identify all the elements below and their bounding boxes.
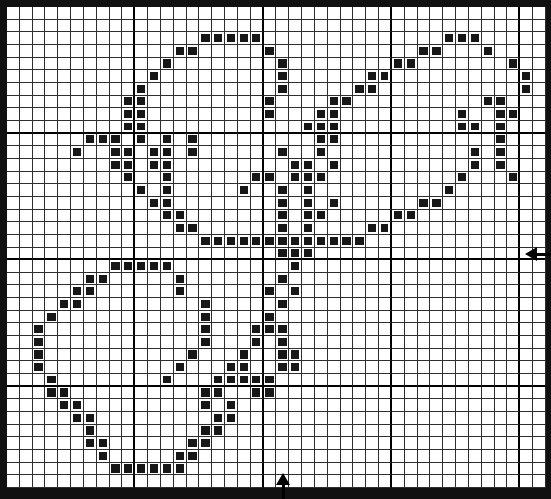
grid-cell [97, 475, 110, 488]
grid-cell [148, 121, 161, 134]
grid-cell [315, 20, 328, 33]
grid-cell [122, 197, 135, 210]
grid-cell [533, 412, 546, 425]
grid-cell [238, 437, 251, 450]
grid-cell [289, 374, 302, 387]
grid-cell [238, 197, 251, 210]
stitch-cell [251, 32, 264, 45]
grid-cell [341, 248, 354, 261]
grid-cell [328, 70, 341, 83]
grid-cell [174, 336, 187, 349]
grid-cell [315, 399, 328, 412]
stitch-cell [456, 32, 469, 45]
grid-cell [276, 387, 289, 400]
grid-cell [58, 260, 71, 273]
stitch-cell [264, 285, 277, 298]
stitch-cell [33, 361, 46, 374]
grid-cell [45, 96, 58, 109]
grid-cell [225, 248, 238, 261]
grid-cell [430, 463, 443, 476]
stitch-cell [469, 146, 482, 159]
grid-cell [353, 463, 366, 476]
grid-cell [84, 184, 97, 197]
grid-cell [212, 172, 225, 185]
grid-cell [341, 146, 354, 159]
grid-cell [7, 475, 20, 488]
grid-cell [212, 83, 225, 96]
grid-cell [238, 463, 251, 476]
grid-cell [507, 121, 520, 134]
grid-cell [225, 7, 238, 20]
grid-cell [212, 399, 225, 412]
grid-cell [405, 361, 418, 374]
grid-cell [289, 311, 302, 324]
stitch-cell [251, 323, 264, 336]
grid-cell [520, 361, 533, 374]
grid-cell [366, 146, 379, 159]
grid-cell [469, 412, 482, 425]
grid-cell [174, 32, 187, 45]
grid-cell [20, 7, 33, 20]
grid-cell [199, 172, 212, 185]
grid-cell [264, 260, 277, 273]
grid-cell [353, 450, 366, 463]
grid-cell [33, 70, 46, 83]
grid-cell [379, 399, 392, 412]
grid-cell [456, 399, 469, 412]
grid-cell [507, 248, 520, 261]
grid-cell [161, 235, 174, 248]
grid-cell [199, 248, 212, 261]
grid-cell [20, 70, 33, 83]
grid-cell [289, 121, 302, 134]
stitch-cell [135, 108, 148, 121]
grid-cell [20, 273, 33, 286]
grid-cell [443, 323, 456, 336]
stitch-cell [366, 83, 379, 96]
grid-cell [392, 146, 405, 159]
grid-cell [212, 273, 225, 286]
grid-cell [353, 273, 366, 286]
grid-cell [469, 323, 482, 336]
stitch-cell [110, 146, 123, 159]
stitch-cell [84, 134, 97, 147]
grid-cell [315, 58, 328, 71]
grid-cell [135, 7, 148, 20]
grid-cell [212, 463, 225, 476]
grid-cell [353, 374, 366, 387]
grid-cell [20, 235, 33, 248]
grid-cell [405, 285, 418, 298]
grid-cell [161, 387, 174, 400]
grid-cell [71, 235, 84, 248]
grid-cell [135, 58, 148, 71]
grid-cell [84, 349, 97, 362]
grid-cell [418, 7, 431, 20]
grid-cell [212, 450, 225, 463]
grid-cell [122, 336, 135, 349]
grid-cell [469, 361, 482, 374]
grid-cell [187, 108, 200, 121]
stitch-cell [392, 210, 405, 223]
grid-cell [430, 260, 443, 273]
grid-cell [430, 336, 443, 349]
stitch-cell [495, 108, 508, 121]
grid-cell [58, 58, 71, 71]
grid-cell [148, 336, 161, 349]
stitch-cell [174, 285, 187, 298]
grid-cell [71, 197, 84, 210]
grid-cell [58, 96, 71, 109]
grid-cell [456, 210, 469, 223]
center-col-arrow-icon [276, 473, 290, 499]
grid-cell [174, 146, 187, 159]
stitch-cell [135, 121, 148, 134]
grid-cell [405, 159, 418, 172]
grid-cell [148, 349, 161, 362]
grid-cell [84, 108, 97, 121]
grid-cell [495, 361, 508, 374]
grid-cell [58, 336, 71, 349]
grid-cell [33, 463, 46, 476]
grid-cell [33, 58, 46, 71]
grid-cell [225, 159, 238, 172]
grid-cell [353, 311, 366, 324]
grid-cell [58, 323, 71, 336]
grid-cell [276, 32, 289, 45]
grid-cell [302, 361, 315, 374]
grid-cell [110, 197, 123, 210]
grid-cell [71, 184, 84, 197]
grid-cell [71, 96, 84, 109]
grid-cell [341, 412, 354, 425]
grid-cell [315, 437, 328, 450]
grid-cell [58, 412, 71, 425]
grid-cell [379, 374, 392, 387]
grid-cell [456, 45, 469, 58]
grid-cell [289, 197, 302, 210]
grid-cell [212, 210, 225, 223]
grid-cell [20, 475, 33, 488]
grid-cell [238, 387, 251, 400]
grid-cell [20, 463, 33, 476]
grid-cell [456, 361, 469, 374]
grid-cell [7, 32, 20, 45]
grid-cell [418, 450, 431, 463]
grid-cell [212, 96, 225, 109]
grid-cell [238, 399, 251, 412]
grid-cell [366, 298, 379, 311]
grid-cell [264, 134, 277, 147]
grid-cell [7, 197, 20, 210]
grid-cell [161, 285, 174, 298]
grid-cell [264, 463, 277, 476]
grid-cell [341, 374, 354, 387]
grid-cell [520, 475, 533, 488]
grid-cell [328, 475, 341, 488]
grid-cell [302, 463, 315, 476]
grid-cell [315, 159, 328, 172]
grid-cell [212, 260, 225, 273]
grid-cell [58, 361, 71, 374]
grid-cell [366, 7, 379, 20]
grid-cell [328, 387, 341, 400]
grid-cell [520, 184, 533, 197]
grid-cell [122, 248, 135, 261]
grid-cell [45, 235, 58, 248]
grid-cell [161, 323, 174, 336]
grid-cell [366, 323, 379, 336]
grid-cell [199, 273, 212, 286]
grid-cell [456, 336, 469, 349]
stitch-cell [174, 450, 187, 463]
stitch-cell [341, 96, 354, 109]
grid-cell [212, 197, 225, 210]
grid-cell [341, 172, 354, 185]
grid-cell [495, 450, 508, 463]
stitch-cell [238, 32, 251, 45]
grid-cell [148, 20, 161, 33]
grid-cell [174, 96, 187, 109]
stitch-cell [238, 374, 251, 387]
grid-cell [302, 336, 315, 349]
grid-cell [225, 146, 238, 159]
grid-cell [328, 450, 341, 463]
grid-cell [443, 172, 456, 185]
grid-cell [45, 412, 58, 425]
grid-cell [135, 70, 148, 83]
grid-cell [110, 121, 123, 134]
grid-cell [71, 450, 84, 463]
grid-cell [482, 184, 495, 197]
grid-cell [302, 412, 315, 425]
grid-cell [495, 7, 508, 20]
stitch-cell [251, 387, 264, 400]
grid-cell [238, 450, 251, 463]
grid-cell [366, 20, 379, 33]
grid-cell [418, 412, 431, 425]
grid-cell [405, 121, 418, 134]
grid-cell [289, 210, 302, 223]
grid-cell [328, 311, 341, 324]
grid-cell [122, 222, 135, 235]
stitch-cell [110, 159, 123, 172]
grid-cell [289, 323, 302, 336]
grid-cell [469, 235, 482, 248]
grid-cell [418, 134, 431, 147]
grid-cell [328, 58, 341, 71]
grid-cell [353, 361, 366, 374]
grid-cell [456, 323, 469, 336]
stitch-cell [495, 96, 508, 109]
stitch-cell [328, 134, 341, 147]
grid-cell [45, 273, 58, 286]
grid-cell [110, 273, 123, 286]
grid-cell [405, 108, 418, 121]
grid-cell [45, 184, 58, 197]
grid-cell [212, 58, 225, 71]
grid-cell [148, 96, 161, 109]
grid-cell [71, 323, 84, 336]
stitch-cell [276, 184, 289, 197]
grid-cell [315, 197, 328, 210]
grid-cell [392, 387, 405, 400]
grid-cell [315, 70, 328, 83]
grid-cell [456, 437, 469, 450]
grid-cell [482, 146, 495, 159]
grid-cell [482, 463, 495, 476]
grid-cell [174, 108, 187, 121]
grid-cell [443, 387, 456, 400]
grid-cell [148, 285, 161, 298]
grid-cell [315, 248, 328, 261]
grid-cell [533, 463, 546, 476]
grid-cell [225, 58, 238, 71]
grid-cell [482, 399, 495, 412]
arrow-head-up [276, 473, 290, 485]
grid-cell [7, 159, 20, 172]
stitch-cell [58, 399, 71, 412]
stitch-cell [174, 361, 187, 374]
grid-cell [379, 437, 392, 450]
grid-cell [353, 45, 366, 58]
grid-cell [97, 108, 110, 121]
grid-cell [418, 184, 431, 197]
grid-cell [507, 387, 520, 400]
grid-cell [212, 7, 225, 20]
grid-cell [71, 172, 84, 185]
grid-cell [366, 349, 379, 362]
grid-cell [533, 475, 546, 488]
grid-cell [276, 159, 289, 172]
grid-cell [507, 70, 520, 83]
stitch-cell [97, 437, 110, 450]
grid-cell [507, 323, 520, 336]
grid-cell [225, 83, 238, 96]
grid-cell [110, 437, 123, 450]
grid-cell [507, 273, 520, 286]
grid-cell [264, 273, 277, 286]
grid-cell [520, 323, 533, 336]
stitch-cell [456, 172, 469, 185]
grid-cell [482, 336, 495, 349]
grid-cell [443, 58, 456, 71]
grid-cell [97, 235, 110, 248]
stitch-cell [161, 159, 174, 172]
grid-cell [507, 285, 520, 298]
grid-cell [135, 336, 148, 349]
grid-cell [456, 159, 469, 172]
grid-cell [20, 374, 33, 387]
grid-cell [71, 159, 84, 172]
grid-cell [187, 235, 200, 248]
stitch-cell [71, 412, 84, 425]
grid-cell [148, 108, 161, 121]
stitch-cell [315, 121, 328, 134]
grid-cell [161, 298, 174, 311]
grid-cell [456, 298, 469, 311]
grid-cell [366, 475, 379, 488]
grid-cell [199, 197, 212, 210]
grid-cell [225, 172, 238, 185]
grid-cell [84, 248, 97, 261]
grid-cell [520, 463, 533, 476]
grid-cell [341, 45, 354, 58]
grid-cell [148, 311, 161, 324]
grid-cell [187, 58, 200, 71]
grid-cell [84, 311, 97, 324]
grid-cell [264, 20, 277, 33]
stitch-cell [174, 45, 187, 58]
grid-cell [495, 32, 508, 45]
grid-cell [469, 58, 482, 71]
grid-cell [430, 210, 443, 223]
grid-cell [418, 159, 431, 172]
grid-cell [7, 184, 20, 197]
grid-cell [366, 58, 379, 71]
grid-cell [430, 20, 443, 33]
grid-cell [71, 83, 84, 96]
grid-cell [148, 374, 161, 387]
grid-cell [199, 45, 212, 58]
grid-cell [379, 7, 392, 20]
grid-cell [45, 58, 58, 71]
grid-cell [45, 437, 58, 450]
stitch-cell [225, 235, 238, 248]
stitch-cell [456, 108, 469, 121]
grid-cell [33, 248, 46, 261]
grid-cell [110, 399, 123, 412]
stitch-cell [276, 361, 289, 374]
stitch-cell [353, 83, 366, 96]
grid-cell [71, 108, 84, 121]
stitch-cell [264, 323, 277, 336]
stitch-cell [148, 146, 161, 159]
grid-cell [276, 399, 289, 412]
grid-cell [97, 361, 110, 374]
grid-cell [353, 159, 366, 172]
grid-cell [302, 311, 315, 324]
grid-cell [71, 20, 84, 33]
grid-cell [482, 425, 495, 438]
stitch-cell [161, 197, 174, 210]
grid-cell [379, 108, 392, 121]
grid-cell [507, 20, 520, 33]
grid-cell [84, 399, 97, 412]
grid-cell [353, 146, 366, 159]
grid-cell [97, 399, 110, 412]
grid-cell [225, 20, 238, 33]
grid-cell [148, 323, 161, 336]
grid-cell [148, 475, 161, 488]
grid-cell [97, 387, 110, 400]
grid-cell [379, 96, 392, 109]
grid-cell [482, 311, 495, 324]
grid-cell [7, 172, 20, 185]
stitch-cell [122, 260, 135, 273]
grid-cell [110, 210, 123, 223]
grid-cell [110, 285, 123, 298]
grid-cell [430, 273, 443, 286]
grid-cell [443, 285, 456, 298]
grid-cell [405, 450, 418, 463]
grid-cell [71, 475, 84, 488]
grid-cell [289, 412, 302, 425]
grid-cell [456, 387, 469, 400]
grid-cell [430, 425, 443, 438]
grid-cell [7, 273, 20, 286]
stitch-cell [84, 285, 97, 298]
